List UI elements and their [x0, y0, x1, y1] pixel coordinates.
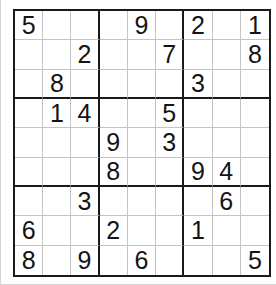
sudoku-cell-r6c9[interactable]	[241, 158, 269, 187]
sudoku-cell-r5c9[interactable]	[241, 128, 269, 157]
sudoku-cell-r6c5[interactable]	[128, 158, 156, 187]
sudoku-cell-r2c8[interactable]	[213, 40, 241, 69]
sudoku-cell-r4c1[interactable]	[15, 99, 43, 128]
sudoku-cell-r7c5[interactable]	[128, 187, 156, 216]
sudoku-cell-r4c8[interactable]	[213, 99, 241, 128]
sudoku-cell-r1c9-given[interactable]: 1	[241, 11, 269, 40]
sudoku-cell-r7c6[interactable]	[156, 187, 184, 216]
sudoku-cell-r9c4[interactable]	[100, 246, 128, 275]
sudoku-cell-r6c1[interactable]	[15, 158, 43, 187]
sudoku-cell-r3c9[interactable]	[241, 70, 269, 99]
sudoku-cell-r8c5[interactable]	[128, 216, 156, 245]
sudoku-cell-r9c2[interactable]	[43, 246, 71, 275]
sudoku-cell-r2c6-given[interactable]: 7	[156, 40, 184, 69]
sudoku-cell-r6c3[interactable]	[71, 158, 99, 187]
sudoku-cell-r5c6-given[interactable]: 3	[156, 128, 184, 157]
sudoku-cell-r3c5[interactable]	[128, 70, 156, 99]
sudoku-cell-r9c8[interactable]	[213, 246, 241, 275]
sudoku-cell-r7c7[interactable]	[184, 187, 212, 216]
sudoku-cell-r3c8[interactable]	[213, 70, 241, 99]
sudoku-cell-r4c5[interactable]	[128, 99, 156, 128]
sudoku-cell-r1c3[interactable]	[71, 11, 99, 40]
sudoku-cell-r4c3-given[interactable]: 4	[71, 99, 99, 128]
sudoku-cell-r1c7-given[interactable]: 2	[184, 11, 212, 40]
sudoku-cell-r3c2-given[interactable]: 8	[43, 70, 71, 99]
sudoku-cell-r5c3[interactable]	[71, 128, 99, 157]
sudoku-cell-r4c2-given[interactable]: 1	[43, 99, 71, 128]
sudoku-cell-r2c4[interactable]	[100, 40, 128, 69]
sudoku-cell-r7c3-given[interactable]: 3	[71, 187, 99, 216]
sudoku-cell-r1c6[interactable]	[156, 11, 184, 40]
sudoku-cell-r1c2[interactable]	[43, 11, 71, 40]
sudoku-cell-r1c8[interactable]	[213, 11, 241, 40]
sudoku-cell-r2c1[interactable]	[15, 40, 43, 69]
sudoku-cell-r2c7[interactable]	[184, 40, 212, 69]
sudoku-cell-r8c2[interactable]	[43, 216, 71, 245]
sudoku-cell-r5c2[interactable]	[43, 128, 71, 157]
sudoku-cell-r9c6[interactable]	[156, 246, 184, 275]
sudoku-cell-r3c6[interactable]	[156, 70, 184, 99]
sudoku-cell-r9c7[interactable]	[184, 246, 212, 275]
sudoku-cell-r1c1-given[interactable]: 5	[15, 11, 43, 40]
sudoku-cell-r9c9-given[interactable]: 5	[241, 246, 269, 275]
sudoku-cell-r3c7-given[interactable]: 3	[184, 70, 212, 99]
sudoku-cell-r9c1-given[interactable]: 8	[15, 246, 43, 275]
sudoku-board: 59212788314593894366218965	[13, 9, 271, 277]
sudoku-cell-r8c1-given[interactable]: 6	[15, 216, 43, 245]
sudoku-cell-r4c4[interactable]	[100, 99, 128, 128]
sudoku-cell-r8c8[interactable]	[213, 216, 241, 245]
sudoku-cell-r4c9[interactable]	[241, 99, 269, 128]
sudoku-cell-r7c2[interactable]	[43, 187, 71, 216]
sudoku-cell-r8c3[interactable]	[71, 216, 99, 245]
sudoku-cell-r2c3-given[interactable]: 2	[71, 40, 99, 69]
sudoku-cell-r8c9[interactable]	[241, 216, 269, 245]
sudoku-cell-r6c8-given[interactable]: 4	[213, 158, 241, 187]
sudoku-cell-r7c9[interactable]	[241, 187, 269, 216]
sudoku-cell-r6c2[interactable]	[43, 158, 71, 187]
sudoku-cell-r3c3[interactable]	[71, 70, 99, 99]
sudoku-cell-r7c1[interactable]	[15, 187, 43, 216]
sudoku-cell-r1c5-given[interactable]: 9	[128, 11, 156, 40]
sudoku-cell-r6c4-given[interactable]: 8	[100, 158, 128, 187]
sudoku-cell-r9c3-given[interactable]: 9	[71, 246, 99, 275]
sudoku-page: 59212788314593894366218965	[0, 0, 276, 285]
sudoku-cell-r3c1[interactable]	[15, 70, 43, 99]
sudoku-cell-r6c6[interactable]	[156, 158, 184, 187]
sudoku-cell-r2c5[interactable]	[128, 40, 156, 69]
sudoku-cell-r4c6-given[interactable]: 5	[156, 99, 184, 128]
sudoku-cell-r5c4-given[interactable]: 9	[100, 128, 128, 157]
sudoku-cell-r8c4-given[interactable]: 2	[100, 216, 128, 245]
sudoku-cell-r1c4[interactable]	[100, 11, 128, 40]
sudoku-cell-r4c7[interactable]	[184, 99, 212, 128]
sudoku-cell-r5c1[interactable]	[15, 128, 43, 157]
sudoku-cell-r5c8[interactable]	[213, 128, 241, 157]
sudoku-cell-r3c4[interactable]	[100, 70, 128, 99]
sudoku-cell-r7c4[interactable]	[100, 187, 128, 216]
sudoku-cell-r2c9-given[interactable]: 8	[241, 40, 269, 69]
sudoku-cell-r7c8-given[interactable]: 6	[213, 187, 241, 216]
sudoku-cell-r8c7-given[interactable]: 1	[184, 216, 212, 245]
sudoku-cell-r8c6[interactable]	[156, 216, 184, 245]
sudoku-cell-r5c5[interactable]	[128, 128, 156, 157]
sudoku-cell-r9c5-given[interactable]: 6	[128, 246, 156, 275]
sudoku-cell-r5c7[interactable]	[184, 128, 212, 157]
sudoku-cell-r6c7-given[interactable]: 9	[184, 158, 212, 187]
sudoku-cell-r2c2[interactable]	[43, 40, 71, 69]
